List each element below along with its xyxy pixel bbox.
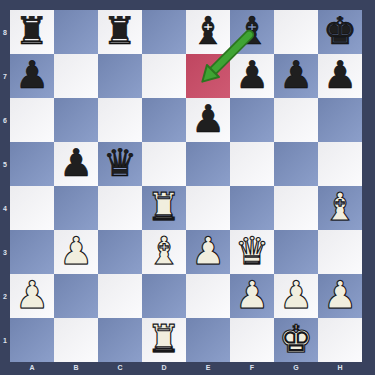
square-b4[interactable] [54,186,98,230]
square-b1[interactable] [54,318,98,362]
square-d1[interactable]: ♜ [142,318,186,362]
piece-white-pawn-h2[interactable]: ♟ [318,274,362,318]
square-f7[interactable]: ♟ [230,54,274,98]
square-f2[interactable]: ♟ [230,274,274,318]
square-g1[interactable]: ♚ [274,318,318,362]
rank-label-8: 8 [0,10,10,54]
piece-black-queen-c5[interactable]: ♛ [98,142,142,186]
file-label-f: F [230,362,274,375]
piece-black-pawn-b5[interactable]: ♟ [54,142,98,186]
piece-black-pawn-h7[interactable]: ♟ [318,54,362,98]
piece-white-pawn-g2[interactable]: ♟ [274,274,318,318]
square-f4[interactable] [230,186,274,230]
rank-label-7: 7 [0,54,10,98]
rank-label-5: 5 [0,142,10,186]
square-h7[interactable]: ♟ [318,54,362,98]
piece-white-bishop-d3[interactable]: ♝ [142,230,186,274]
square-e4[interactable] [186,186,230,230]
file-labels: ABCDEFGH [10,362,362,375]
file-label-g: G [274,362,318,375]
piece-black-pawn-a7[interactable]: ♟ [10,54,54,98]
rank-labels: 87654321 [0,10,10,362]
square-h8[interactable]: ♚ [318,10,362,54]
square-g5[interactable] [274,142,318,186]
piece-white-pawn-f2[interactable]: ♟ [230,274,274,318]
rank-label-2: 2 [0,274,10,318]
piece-white-pawn-a2[interactable]: ♟ [10,274,54,318]
piece-white-king-g1[interactable]: ♚ [274,318,318,362]
rank-label-4: 4 [0,186,10,230]
square-g4[interactable] [274,186,318,230]
square-a7[interactable]: ♟ [10,54,54,98]
square-c8[interactable]: ♜ [98,10,142,54]
piece-white-pawn-b3[interactable]: ♟ [54,230,98,274]
piece-black-bishop-f8[interactable]: ♝ [230,10,274,54]
piece-black-pawn-e6[interactable]: ♟ [186,98,230,142]
square-d5[interactable] [142,142,186,186]
piece-black-pawn-g7[interactable]: ♟ [274,54,318,98]
square-e2[interactable] [186,274,230,318]
square-b3[interactable]: ♟ [54,230,98,274]
square-b8[interactable] [54,10,98,54]
square-f1[interactable] [230,318,274,362]
square-d8[interactable] [142,10,186,54]
square-b7[interactable] [54,54,98,98]
square-e3[interactable]: ♟ [186,230,230,274]
file-label-b: B [54,362,98,375]
square-h6[interactable] [318,98,362,142]
square-f3[interactable]: ♛ [230,230,274,274]
square-a2[interactable]: ♟ [10,274,54,318]
square-c1[interactable] [98,318,142,362]
square-g8[interactable] [274,10,318,54]
square-c6[interactable] [98,98,142,142]
square-g7[interactable]: ♟ [274,54,318,98]
piece-black-bishop-e8[interactable]: ♝ [186,10,230,54]
square-d6[interactable] [142,98,186,142]
square-c3[interactable] [98,230,142,274]
piece-black-pawn-f7[interactable]: ♟ [230,54,274,98]
piece-white-rook-d1[interactable]: ♜ [142,318,186,362]
square-d3[interactable]: ♝ [142,230,186,274]
square-g6[interactable] [274,98,318,142]
square-d2[interactable] [142,274,186,318]
square-g2[interactable]: ♟ [274,274,318,318]
square-g3[interactable] [274,230,318,274]
file-label-h: H [318,362,362,375]
chess-board: ♜♜♝♝♚♟♟♟♟♟♟♛♜♝♟♝♟♛♟♟♟♟♜♚ [10,10,362,362]
square-b5[interactable]: ♟ [54,142,98,186]
square-a6[interactable] [10,98,54,142]
square-f6[interactable] [230,98,274,142]
square-a1[interactable] [10,318,54,362]
rank-label-1: 1 [0,318,10,362]
rank-label-6: 6 [0,98,10,142]
square-a4[interactable] [10,186,54,230]
piece-white-bishop-h4[interactable]: ♝ [318,186,362,230]
square-h4[interactable]: ♝ [318,186,362,230]
square-h3[interactable] [318,230,362,274]
piece-black-king-h8[interactable]: ♚ [318,10,362,54]
square-c2[interactable] [98,274,142,318]
square-e1[interactable] [186,318,230,362]
piece-white-pawn-e3[interactable]: ♟ [186,230,230,274]
square-h5[interactable] [318,142,362,186]
piece-white-queen-f3[interactable]: ♛ [230,230,274,274]
piece-black-rook-c8[interactable]: ♜ [98,10,142,54]
square-h2[interactable]: ♟ [318,274,362,318]
file-label-e: E [186,362,230,375]
square-c4[interactable] [98,186,142,230]
piece-black-rook-a8[interactable]: ♜ [10,10,54,54]
square-h1[interactable] [318,318,362,362]
square-d7[interactable] [142,54,186,98]
square-c7[interactable] [98,54,142,98]
square-a3[interactable] [10,230,54,274]
square-f8[interactable]: ♝ [230,10,274,54]
square-e8[interactable]: ♝ [186,10,230,54]
square-a5[interactable] [10,142,54,186]
square-a8[interactable]: ♜ [10,10,54,54]
file-label-d: D [142,362,186,375]
square-d4[interactable]: ♜ [142,186,186,230]
square-b2[interactable] [54,274,98,318]
square-f5[interactable] [230,142,274,186]
square-b6[interactable] [54,98,98,142]
rank-label-3: 3 [0,230,10,274]
file-label-a: A [10,362,54,375]
square-e5[interactable] [186,142,230,186]
piece-white-rook-d4[interactable]: ♜ [142,186,186,230]
square-e7[interactable] [186,54,230,98]
chess-board-frame: 87654321 ♜♜♝♝♚♟♟♟♟♟♟♛♜♝♟♝♟♛♟♟♟♟♜♚ ABCDEF… [0,0,375,375]
square-e6[interactable]: ♟ [186,98,230,142]
square-c5[interactable]: ♛ [98,142,142,186]
file-label-c: C [98,362,142,375]
